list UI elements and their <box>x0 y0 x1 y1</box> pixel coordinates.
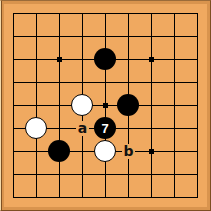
white-stone <box>94 140 116 162</box>
black-stone <box>94 48 116 70</box>
board-grid: ab7 <box>0 0 211 211</box>
white-stone <box>25 117 47 139</box>
grid-line <box>197 13 198 198</box>
go-board: ab7 <box>0 0 211 211</box>
white-stone <box>71 94 93 116</box>
star-point <box>57 57 62 62</box>
grid-line <box>13 197 198 198</box>
grid-line <box>151 13 152 198</box>
star-point <box>149 57 154 62</box>
star-point <box>149 149 154 154</box>
point-label-a: a <box>76 121 89 136</box>
black-stone <box>48 140 70 162</box>
point-label-b: b <box>122 144 135 159</box>
black-stone: 7 <box>94 117 116 139</box>
grid-line <box>174 13 175 198</box>
black-stone <box>117 94 139 116</box>
grid-line <box>13 174 198 175</box>
star-point <box>103 103 108 108</box>
